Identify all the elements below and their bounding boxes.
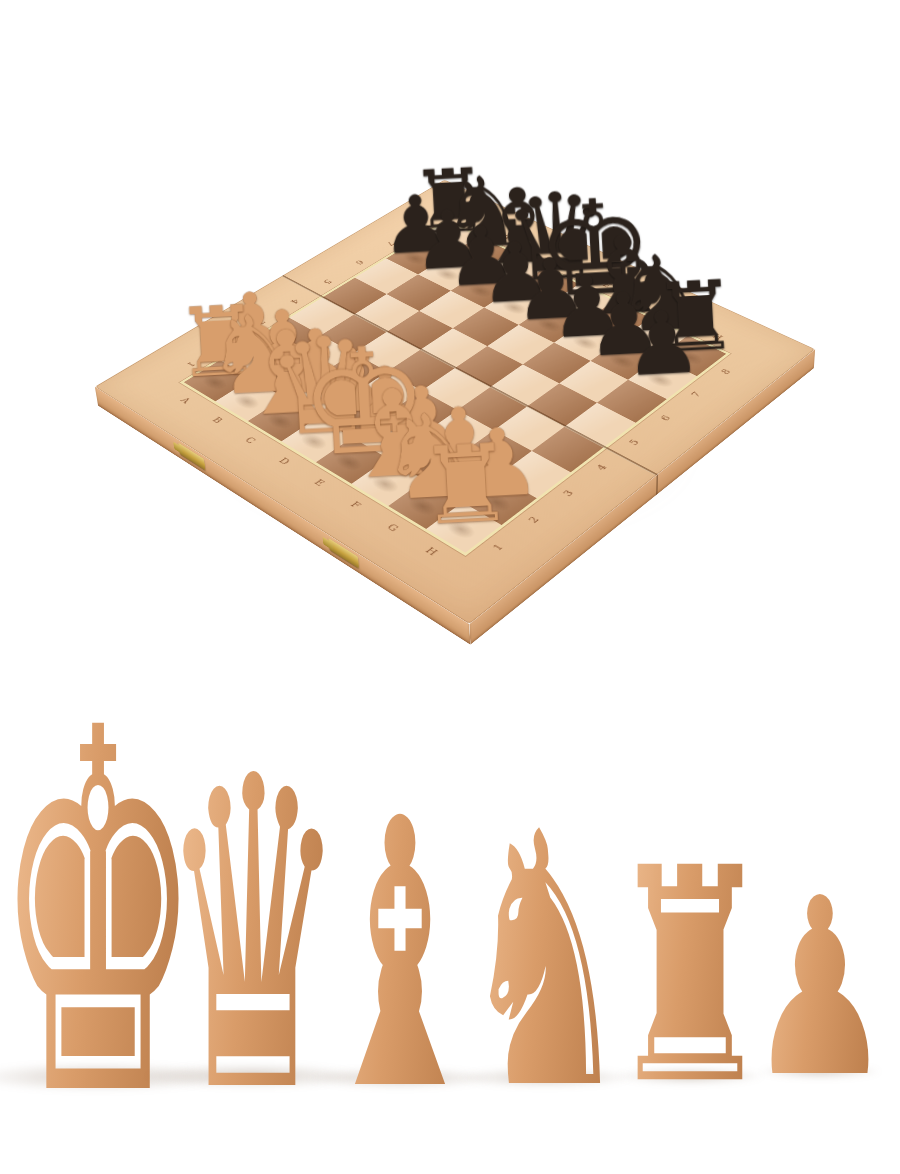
- lineup-pawn: ♟: [710, 866, 900, 1111]
- chessboard: AABBCCDDEEFFGGHH8877665544332211 ♜♞♝♛♚♝♞…: [95, 180, 815, 624]
- board-tilt: AABBCCDDEEFFGGHH8877665544332211 ♜♞♝♛♚♝♞…: [0, 0, 900, 678]
- board-scene: AABBCCDDEEFFGGHH8877665544332211 ♜♞♝♛♚♝♞…: [0, 0, 900, 655]
- white-rook-glyph: ♜: [416, 431, 475, 540]
- white-pawn-piece: ♟: [748, 866, 893, 1111]
- piece-lineup: ♚ ♛ ♝ ♞ ♜ ♟: [0, 655, 900, 1174]
- piece-white-rook-h1[interactable]: ♜: [426, 502, 501, 553]
- piece-black-pawn-h7[interactable]: ♟: [628, 357, 697, 399]
- perspective-viewport: AABBCCDDEEFFGGHH8877665544332211 ♜♞♝♛♚♝♞…: [0, 0, 900, 678]
- chess-set-photo: AABBCCDDEEFFGGHH8877665544332211 ♜♞♝♛♚♝♞…: [0, 0, 900, 1174]
- black-pawn-glyph: ♟: [622, 299, 675, 388]
- fold-seam-edge: [656, 474, 658, 495]
